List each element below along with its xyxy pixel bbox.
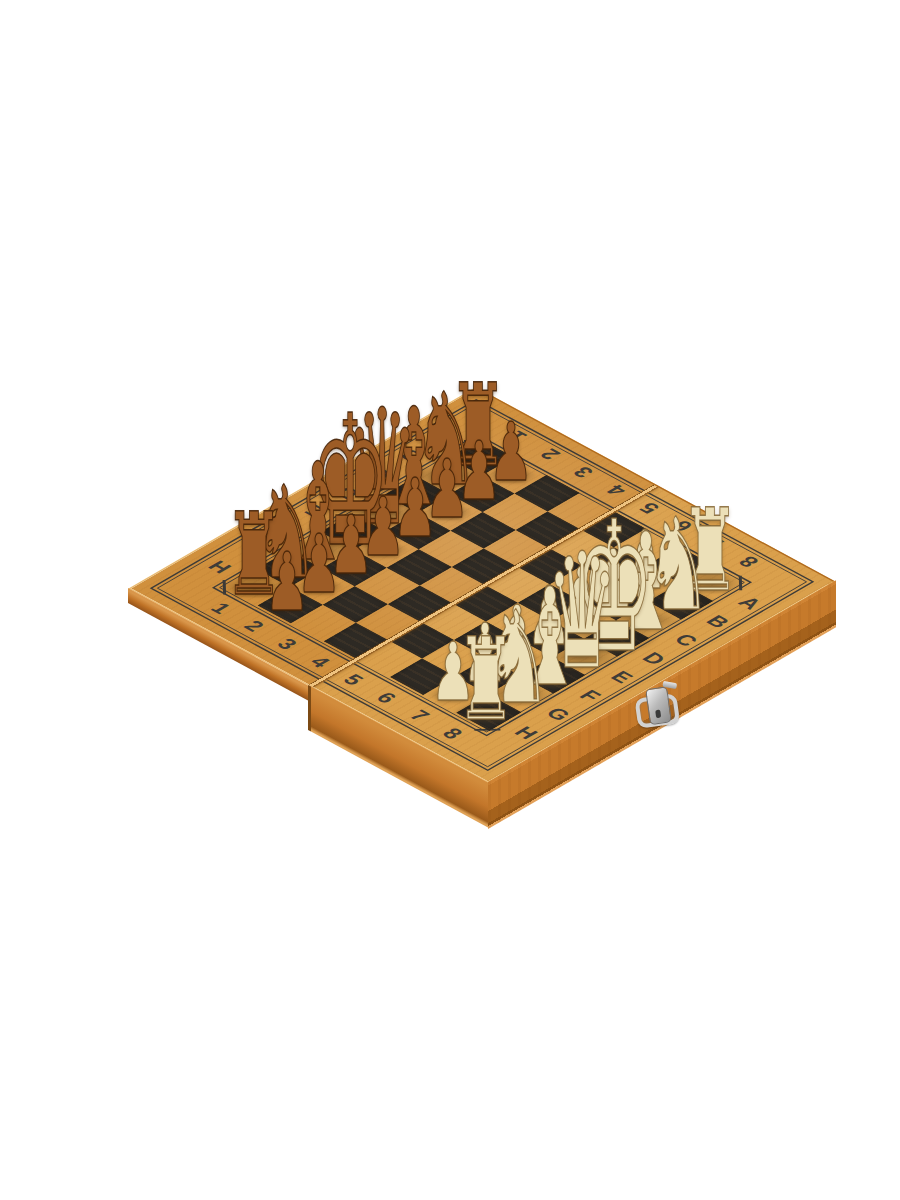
rank-label-right-6: 6 [668,518,696,534]
file-label-near-H: H [510,724,542,742]
clasp-slot [655,710,661,719]
file-label-far-E: E [300,503,331,520]
rank-label-right-3: 3 [569,464,597,480]
rank-label-right-4: 4 [602,482,630,498]
chessboard: HH11GG22FF33EE44DD55CC66BB77AA88 [129,387,836,783]
rank-label-left-5: 5 [339,672,367,688]
file-label-near-B: B [702,613,734,631]
rank-label-left-6: 6 [372,690,400,706]
rank-label-left-1: 1 [207,600,235,616]
file-label-far-H: H [204,558,236,576]
file-label-near-G: G [542,705,575,723]
file-label-near-E: E [607,668,638,685]
rank-label-right-5: 5 [635,500,663,516]
clasp-plate [645,686,672,725]
file-label-far-B: B [396,447,428,465]
rank-label-right-8: 8 [734,554,762,570]
file-label-near-D: D [638,650,670,668]
metal-clasp [631,681,684,737]
rank-label-left-7: 7 [405,707,433,723]
file-label-far-D: D [332,484,364,502]
rank-label-right-7: 7 [701,536,729,552]
rank-label-right-1: 1 [503,428,531,444]
rank-label-right-2: 2 [536,446,564,462]
file-label-far-A: A [428,428,460,446]
file-label-near-A: A [734,594,766,612]
file-label-far-F: F [269,522,298,539]
file-label-far-C: C [364,465,396,483]
file-label-near-F: F [575,687,604,704]
rank-label-left-8: 8 [438,725,466,741]
rank-label-left-2: 2 [240,618,268,634]
board-top-surface: HH11GG22FF33EE44DD55CC66BB77AA88 [129,387,836,783]
product-photo: HH11GG22FF33EE44DD55CC66BB77AA88 ♜♞♝♚♛♝♞… [0,0,900,1200]
file-label-far-G: G [235,539,268,557]
rank-label-left-4: 4 [306,654,334,670]
file-label-near-C: C [670,631,702,649]
rank-label-left-3: 3 [273,636,301,652]
